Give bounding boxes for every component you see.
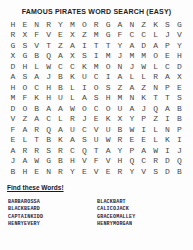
grid-cell-r8c15[interactable]: S bbox=[173, 93, 185, 104]
grid-cell-r15c11[interactable]: Y bbox=[126, 166, 138, 177]
grid-cell-r2c5[interactable]: E bbox=[55, 30, 67, 41]
grid-cell-r15c1[interactable]: B bbox=[7, 166, 19, 177]
grid-cell-r5c8[interactable]: M bbox=[90, 61, 102, 72]
grid-cell-r10c3[interactable]: A bbox=[31, 114, 43, 125]
grid-cell-r15c14[interactable]: D bbox=[162, 166, 174, 177]
grid-cell-r9c1[interactable]: D bbox=[7, 103, 19, 114]
grid-cell-r14c5[interactable]: B bbox=[55, 156, 67, 167]
grid-cell-r10c1[interactable]: V bbox=[7, 114, 19, 125]
grid-cell-r10c7[interactable]: J bbox=[78, 114, 90, 125]
word-list: BARBAROSSABLACKBEARDCAPTAINKIDDHENRYEVER… bbox=[8, 199, 135, 229]
grid-cell-r14c3[interactable]: W bbox=[31, 156, 43, 167]
grid-cell-r12c15[interactable]: I bbox=[173, 135, 185, 146]
grid-cell-r3c12[interactable]: D bbox=[138, 40, 150, 51]
grid-cell-r9c2[interactable]: O bbox=[19, 103, 31, 114]
grid-cell-r5c4[interactable]: W bbox=[43, 61, 55, 72]
grid-cell-r9c5[interactable]: A bbox=[55, 103, 67, 114]
grid-cell-r7c8[interactable]: O bbox=[90, 82, 102, 93]
grid-cell-r4c13[interactable]: O bbox=[150, 51, 162, 62]
grid-cell-r8c9[interactable]: H bbox=[102, 93, 114, 104]
grid-cell-r1c8[interactable]: R bbox=[90, 19, 102, 30]
grid-cell-r3c15[interactable]: Y bbox=[173, 40, 185, 51]
grid-cell-r6c15[interactable]: X bbox=[173, 72, 185, 83]
grid-cell-r11c3[interactable]: R bbox=[31, 124, 43, 135]
grid-cell-r11c14[interactable]: N bbox=[162, 124, 174, 135]
grid-cell-r3c4[interactable]: T bbox=[43, 40, 55, 51]
grid-cell-r7c5[interactable]: B bbox=[55, 82, 67, 93]
grid-cell-r3c13[interactable]: A bbox=[150, 40, 162, 51]
grid-cell-r10c6[interactable]: R bbox=[66, 114, 78, 125]
grid-cell-r12c2[interactable]: L bbox=[19, 135, 31, 146]
grid-cell-r13c2[interactable]: R bbox=[19, 145, 31, 156]
grid-cell-r11c6[interactable]: U bbox=[66, 124, 78, 135]
grid-cell-r2c4[interactable]: V bbox=[43, 30, 55, 41]
grid-cell-r12c12[interactable]: E bbox=[138, 135, 150, 146]
grid-cell-r8c8[interactable]: S bbox=[90, 93, 102, 104]
grid-cell-r3c1[interactable]: G bbox=[7, 40, 19, 51]
grid-cell-r4c7[interactable]: S bbox=[78, 51, 90, 62]
grid-cell-r9c12[interactable]: J bbox=[138, 103, 150, 114]
grid-cell-r8c3[interactable]: K bbox=[31, 93, 43, 104]
grid-cell-r15c5[interactable]: R bbox=[55, 166, 67, 177]
grid-cell-r11c12[interactable]: I bbox=[138, 124, 150, 135]
grid-cell-r7c3[interactable]: C bbox=[31, 82, 43, 93]
grid-cell-r14c6[interactable]: H bbox=[66, 156, 78, 167]
grid-cell-r13c12[interactable]: A bbox=[138, 145, 150, 156]
grid-cell-r3c3[interactable]: V bbox=[31, 40, 43, 51]
grid-cell-r6c1[interactable]: A bbox=[7, 72, 19, 83]
grid-cell-r2c14[interactable]: J bbox=[162, 30, 174, 41]
grid-cell-r12c1[interactable]: E bbox=[7, 135, 19, 146]
grid-cell-r6c8[interactable]: C bbox=[90, 72, 102, 83]
grid-cell-r11c11[interactable]: W bbox=[126, 124, 138, 135]
grid-cell-r1c1[interactable]: H bbox=[7, 19, 19, 30]
grid-cell-r3c14[interactable]: P bbox=[162, 40, 174, 51]
grid-cell-r4c5[interactable]: A bbox=[55, 51, 67, 62]
grid-cell-r3c10[interactable]: Y bbox=[114, 40, 126, 51]
grid-cell-r5c6[interactable]: C bbox=[66, 61, 78, 72]
grid-cell-r2c7[interactable]: Z bbox=[78, 30, 90, 41]
word-item: HENRYMORGAN bbox=[97, 221, 135, 228]
find-words-heading: Find these Words! bbox=[7, 184, 64, 191]
grid-cell-r10c2[interactable]: Z bbox=[19, 114, 31, 125]
grid-cell-r10c9[interactable]: K bbox=[102, 114, 114, 125]
grid-cell-r11c15[interactable]: P bbox=[173, 124, 185, 135]
grid-cell-r1c6[interactable]: M bbox=[66, 19, 78, 30]
grid-cell-r14c15[interactable]: Q bbox=[173, 156, 185, 167]
grid-cell-r14c2[interactable]: A bbox=[19, 156, 31, 167]
grid-cell-r1c3[interactable]: N bbox=[31, 19, 43, 30]
grid-cell-r9c4[interactable]: A bbox=[43, 103, 55, 114]
grid-cell-r3c2[interactable]: S bbox=[19, 40, 31, 51]
grid-cell-r4c12[interactable]: M bbox=[138, 51, 150, 62]
grid-cell-r2c6[interactable]: X bbox=[66, 30, 78, 41]
grid-cell-r13c9[interactable]: A bbox=[102, 145, 114, 156]
grid-cell-r3c9[interactable]: T bbox=[102, 40, 114, 51]
grid-cell-r2c15[interactable]: V bbox=[173, 30, 185, 41]
grid-cell-r12c3[interactable]: T bbox=[31, 135, 43, 146]
grid-cell-r7c11[interactable]: A bbox=[126, 82, 138, 93]
grid-cell-r8c10[interactable]: M bbox=[114, 93, 126, 104]
grid-cell-r7c7[interactable]: I bbox=[78, 82, 90, 93]
word-item: CALICOJACK bbox=[97, 206, 135, 213]
grid-cell-r4c3[interactable]: B bbox=[31, 51, 43, 62]
grid-cell-r1c15[interactable]: G bbox=[173, 19, 185, 30]
grid-cell-r1c5[interactable]: Y bbox=[55, 19, 67, 30]
grid-cell-r2c8[interactable]: M bbox=[90, 30, 102, 41]
grid-cell-r15c7[interactable]: E bbox=[78, 166, 90, 177]
grid-cell-r4c6[interactable]: X bbox=[66, 51, 78, 62]
grid-cell-r8c4[interactable]: H bbox=[43, 93, 55, 104]
grid-cell-r12c4[interactable]: B bbox=[43, 135, 55, 146]
grid-cell-r8c14[interactable]: T bbox=[162, 93, 174, 104]
grid-cell-r1c12[interactable]: Z bbox=[138, 19, 150, 30]
grid-cell-r11c2[interactable]: A bbox=[19, 124, 31, 135]
grid-cell-r6c7[interactable]: U bbox=[78, 72, 90, 83]
grid-cell-r13c8[interactable]: T bbox=[90, 145, 102, 156]
grid-cell-r8c2[interactable]: F bbox=[19, 93, 31, 104]
grid-cell-r15c13[interactable]: S bbox=[150, 166, 162, 177]
grid-cell-r1c9[interactable]: G bbox=[102, 19, 114, 30]
grid-cell-r11c5[interactable]: A bbox=[55, 124, 67, 135]
grid-cell-r12c13[interactable]: L bbox=[150, 135, 162, 146]
word-list-left-column: BARBAROSSABLACKBEARDCAPTAINKIDDHENRYEVER… bbox=[8, 199, 97, 229]
grid-cell-r6c2[interactable]: S bbox=[19, 72, 31, 83]
grid-cell-r14c13[interactable]: R bbox=[150, 156, 162, 167]
grid-cell-r4c1[interactable]: X bbox=[7, 51, 19, 62]
grid-cell-r9c8[interactable]: C bbox=[90, 103, 102, 114]
grid-cell-r2c2[interactable]: X bbox=[19, 30, 31, 41]
grid-cell-r7c10[interactable]: Z bbox=[114, 82, 126, 93]
grid-cell-r4c14[interactable]: E bbox=[162, 51, 174, 62]
grid-cell-r13c11[interactable]: P bbox=[126, 145, 138, 156]
grid-cell-r14c10[interactable]: H bbox=[114, 156, 126, 167]
grid-cell-r2c13[interactable]: L bbox=[150, 30, 162, 41]
grid-cell-r9c13[interactable]: Q bbox=[150, 103, 162, 114]
grid-cell-r6c10[interactable]: A bbox=[114, 72, 126, 83]
grid-cell-r1c4[interactable]: R bbox=[43, 19, 55, 30]
grid-cell-r12c6[interactable]: A bbox=[66, 135, 78, 146]
grid-cell-r4c4[interactable]: Q bbox=[43, 51, 55, 62]
grid-cell-r14c7[interactable]: V bbox=[78, 156, 90, 167]
grid-cell-r5c2[interactable]: H bbox=[19, 61, 31, 72]
grid-cell-r12c14[interactable]: K bbox=[162, 135, 174, 146]
grid-cell-r1c13[interactable]: K bbox=[150, 19, 162, 30]
grid-cell-r7c1[interactable]: H bbox=[7, 82, 19, 93]
grid-cell-r14c1[interactable]: J bbox=[7, 156, 19, 167]
grid-cell-r6c9[interactable]: I bbox=[102, 72, 114, 83]
grid-cell-r8c6[interactable]: L bbox=[66, 93, 78, 104]
word-item: HENRYEVERY bbox=[8, 221, 97, 228]
grid-cell-r12c5[interactable]: K bbox=[55, 135, 67, 146]
grid-cell-r7c15[interactable]: E bbox=[173, 82, 185, 93]
grid-cell-r12c9[interactable]: W bbox=[102, 135, 114, 146]
word-item: GRACEOMALLEY bbox=[97, 214, 135, 221]
grid-cell-r15c4[interactable]: N bbox=[43, 166, 55, 177]
grid-cell-r9c9[interactable]: O bbox=[102, 103, 114, 114]
grid-cell-r9c14[interactable]: A bbox=[162, 103, 174, 114]
grid-cell-r9c10[interactable]: U bbox=[114, 103, 126, 114]
grid-cell-r3c5[interactable]: Z bbox=[55, 40, 67, 51]
grid-cell-r10c14[interactable]: I bbox=[162, 114, 174, 125]
grid-cell-r6c4[interactable]: J bbox=[43, 72, 55, 83]
grid-cell-r8c12[interactable]: K bbox=[138, 93, 150, 104]
grid-cell-r6c5[interactable]: B bbox=[55, 72, 67, 83]
grid-cell-r13c7[interactable]: Q bbox=[78, 145, 90, 156]
grid-cell-r5c15[interactable]: D bbox=[173, 61, 185, 72]
grid-cell-r13c13[interactable]: W bbox=[150, 145, 162, 156]
grid-cell-r8c1[interactable]: M bbox=[7, 93, 19, 104]
grid-cell-r1c14[interactable]: S bbox=[162, 19, 174, 30]
grid-cell-r5c9[interactable]: O bbox=[102, 61, 114, 72]
grid-cell-r14c4[interactable]: G bbox=[43, 156, 55, 167]
grid-cell-r4c2[interactable]: G bbox=[19, 51, 31, 62]
grid-cell-r7c6[interactable]: L bbox=[66, 82, 78, 93]
grid-cell-r15c2[interactable]: H bbox=[19, 166, 31, 177]
word-search-page: FAMOUS PIRATES WORD SEARCH (EASY) HENRYM… bbox=[0, 0, 193, 250]
grid-cell-r5c5[interactable]: C bbox=[55, 61, 67, 72]
grid-cell-r13c6[interactable]: C bbox=[66, 145, 78, 156]
word-list-right-column: BLACKBARTCALICOJACKGRACEOMALLEYHENRYMORG… bbox=[97, 199, 135, 229]
grid-cell-r10c13[interactable]: Z bbox=[150, 114, 162, 125]
grid-cell-r8c7[interactable]: A bbox=[78, 93, 90, 104]
grid-cell-r10c11[interactable]: Y bbox=[126, 114, 138, 125]
grid-cell-r5c7[interactable]: K bbox=[78, 61, 90, 72]
grid-cell-r7c14[interactable]: P bbox=[162, 82, 174, 93]
grid-cell-r4c11[interactable]: M bbox=[126, 51, 138, 62]
grid-cell-r7c2[interactable]: O bbox=[19, 82, 31, 93]
grid-cell-r10c5[interactable]: L bbox=[55, 114, 67, 125]
grid-cell-r12c10[interactable]: R bbox=[114, 135, 126, 146]
word-item: BLACKBEARD bbox=[8, 206, 97, 213]
grid-cell-r2c3[interactable]: F bbox=[31, 30, 43, 41]
grid-cell-r13c1[interactable]: A bbox=[7, 145, 19, 156]
grid-cell-r6c3[interactable]: A bbox=[31, 72, 43, 83]
grid-cell-r11c1[interactable]: F bbox=[7, 124, 19, 135]
word-item: BLACKBART bbox=[97, 199, 135, 206]
grid-cell-r3c11[interactable]: A bbox=[126, 40, 138, 51]
grid-cell-r3c6[interactable]: A bbox=[66, 40, 78, 51]
grid-cell-r13c4[interactable]: S bbox=[43, 145, 55, 156]
grid-cell-r2c9[interactable]: G bbox=[102, 30, 114, 41]
word-item: CAPTAINKIDD bbox=[8, 214, 97, 221]
grid-cell-r12c11[interactable]: E bbox=[126, 135, 138, 146]
grid-cell-r9c7[interactable]: O bbox=[78, 103, 90, 114]
grid-cell-r2c12[interactable]: C bbox=[138, 30, 150, 41]
grid-cell-r12c8[interactable]: U bbox=[90, 135, 102, 146]
grid-cell-r4c10[interactable]: J bbox=[114, 51, 126, 62]
grid-cell-r6c6[interactable]: K bbox=[66, 72, 78, 83]
grid-cell-r2c11[interactable]: C bbox=[126, 30, 138, 41]
grid-cell-r13c3[interactable]: R bbox=[31, 145, 43, 156]
grid-cell-r5c11[interactable]: J bbox=[126, 61, 138, 72]
grid-cell-r8c13[interactable]: T bbox=[150, 93, 162, 104]
grid-cell-r14c9[interactable]: V bbox=[102, 156, 114, 167]
grid-cell-r9c11[interactable]: A bbox=[126, 103, 138, 114]
grid-cell-r5c10[interactable]: N bbox=[114, 61, 126, 72]
grid-cell-r15c15[interactable]: B bbox=[173, 166, 185, 177]
grid-cell-r9c15[interactable]: B bbox=[173, 103, 185, 114]
grid-cell-r7c13[interactable]: N bbox=[150, 82, 162, 93]
grid-cell-r5c1[interactable]: D bbox=[7, 61, 19, 72]
grid-cell-r15c3[interactable]: E bbox=[31, 166, 43, 177]
word-item: BARBAROSSA bbox=[8, 199, 97, 206]
grid-cell-r1c11[interactable]: N bbox=[126, 19, 138, 30]
grid-cell-r10c15[interactable]: B bbox=[173, 114, 185, 125]
grid-cell-r7c12[interactable]: Z bbox=[138, 82, 150, 93]
grid-cell-r14c8[interactable]: F bbox=[90, 156, 102, 167]
grid-cell-r15c10[interactable]: R bbox=[114, 166, 126, 177]
grid-cell-r11c8[interactable]: V bbox=[90, 124, 102, 135]
grid-cell-r14c12[interactable]: C bbox=[138, 156, 150, 167]
grid-cell-r11c13[interactable]: L bbox=[150, 124, 162, 135]
grid-cell-r11c4[interactable]: Q bbox=[43, 124, 55, 135]
grid-cell-r8c11[interactable]: N bbox=[126, 93, 138, 104]
grid-cell-r6c12[interactable]: L bbox=[138, 72, 150, 83]
grid-cell-r2c10[interactable]: F bbox=[114, 30, 126, 41]
grid-cell-r14c11[interactable]: Q bbox=[126, 156, 138, 167]
grid-cell-r3c7[interactable]: I bbox=[78, 40, 90, 51]
grid-cell-r15c12[interactable]: V bbox=[138, 166, 150, 177]
grid-cell-r4c15[interactable]: H bbox=[173, 51, 185, 62]
grid-cell-r9c3[interactable]: B bbox=[31, 103, 43, 114]
grid-cell-r11c7[interactable]: C bbox=[78, 124, 90, 135]
grid-cell-r10c4[interactable]: C bbox=[43, 114, 55, 125]
grid-cell-r10c10[interactable]: X bbox=[114, 114, 126, 125]
grid-cell-r14c14[interactable]: D bbox=[162, 156, 174, 167]
grid-cell-r13c14[interactable]: I bbox=[162, 145, 174, 156]
grid-cell-r13c5[interactable]: R bbox=[55, 145, 67, 156]
grid-cell-r1c2[interactable]: E bbox=[19, 19, 31, 30]
grid-cell-r5c13[interactable]: L bbox=[150, 61, 162, 72]
grid-cell-r13c15[interactable]: J bbox=[173, 145, 185, 156]
grid-cell-r10c8[interactable]: E bbox=[90, 114, 102, 125]
puzzle-title: FAMOUS PIRATES WORD SEARCH (EASY) bbox=[0, 8, 193, 15]
grid-cell-r5c12[interactable]: W bbox=[138, 61, 150, 72]
grid-cell-r8c5[interactable]: U bbox=[55, 93, 67, 104]
grid-cell-r11c9[interactable]: U bbox=[102, 124, 114, 135]
grid-cell-r7c9[interactable]: S bbox=[102, 82, 114, 93]
grid-cell-r15c6[interactable]: Y bbox=[66, 166, 78, 177]
grid-cell-r5c14[interactable]: C bbox=[162, 61, 174, 72]
grid-cell-r7c4[interactable]: H bbox=[43, 82, 55, 93]
grid-cell-r15c9[interactable]: E bbox=[102, 166, 114, 177]
grid-cell-r10c12[interactable]: P bbox=[138, 114, 150, 125]
grid-cell-r1c7[interactable]: O bbox=[78, 19, 90, 30]
grid-cell-r11c10[interactable]: B bbox=[114, 124, 126, 135]
letter-grid: HENRYMORGANZKSGRXFVEXZMGFCCLJVGSVTZAITTY… bbox=[7, 19, 185, 177]
grid-cell-r3c8[interactable]: T bbox=[90, 40, 102, 51]
grid-cell-r12c7[interactable]: S bbox=[78, 135, 90, 146]
grid-cell-r4c9[interactable]: M bbox=[102, 51, 114, 62]
grid-cell-r9c6[interactable]: W bbox=[66, 103, 78, 114]
grid-cell-r5c3[interactable]: L bbox=[31, 61, 43, 72]
grid-cell-r4c8[interactable]: I bbox=[90, 51, 102, 62]
grid-cell-r6c11[interactable]: L bbox=[126, 72, 138, 83]
grid-cell-r1c10[interactable]: A bbox=[114, 19, 126, 30]
grid-cell-r15c8[interactable]: V bbox=[90, 166, 102, 177]
grid-cell-r6c14[interactable]: A bbox=[162, 72, 174, 83]
grid-cell-r13c10[interactable]: Y bbox=[114, 145, 126, 156]
grid-cell-r6c13[interactable]: R bbox=[150, 72, 162, 83]
grid-cell-r2c1[interactable]: R bbox=[7, 30, 19, 41]
